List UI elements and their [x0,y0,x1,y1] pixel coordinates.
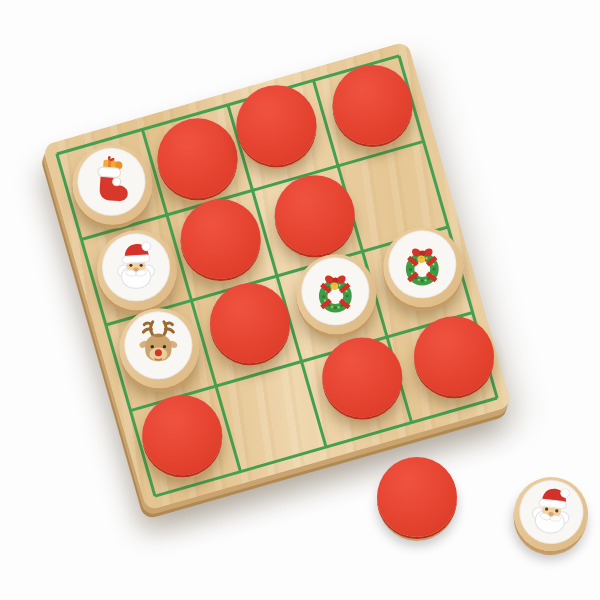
red-disc[interactable] [332,65,412,145]
santa-icon [105,237,165,297]
game-board [42,41,512,511]
wreath-disc[interactable] [383,227,463,307]
reindeer-tile-face [124,311,192,379]
red-disc[interactable] [274,175,354,255]
red-disc[interactable] [142,395,222,475]
stocking-disc[interactable] [72,144,152,224]
santa-disc[interactable] [96,230,176,310]
wreath-disc[interactable] [296,254,376,334]
wreath-icon [305,261,365,321]
red-disc[interactable] [236,85,316,165]
red-disc[interactable] [209,283,289,363]
wreath-tile-face [388,230,456,298]
stocking-icon [81,151,141,211]
stocking-tile-face [77,147,145,215]
santa-tile-face [514,475,588,549]
loose-santa-disc[interactable] [508,471,594,557]
santa-tile-face [101,233,169,301]
reindeer-disc[interactable] [119,308,199,388]
red-disc[interactable] [413,316,493,396]
red-disc[interactable] [180,199,260,279]
reindeer-icon [128,315,188,375]
red-disc[interactable] [157,118,237,198]
wreath-tile-face [301,257,369,325]
santa-icon [517,477,587,547]
photo-stage [0,0,600,600]
loose-red-disc[interactable] [377,457,457,537]
board-grid [57,56,497,496]
wreath-icon [392,234,452,294]
